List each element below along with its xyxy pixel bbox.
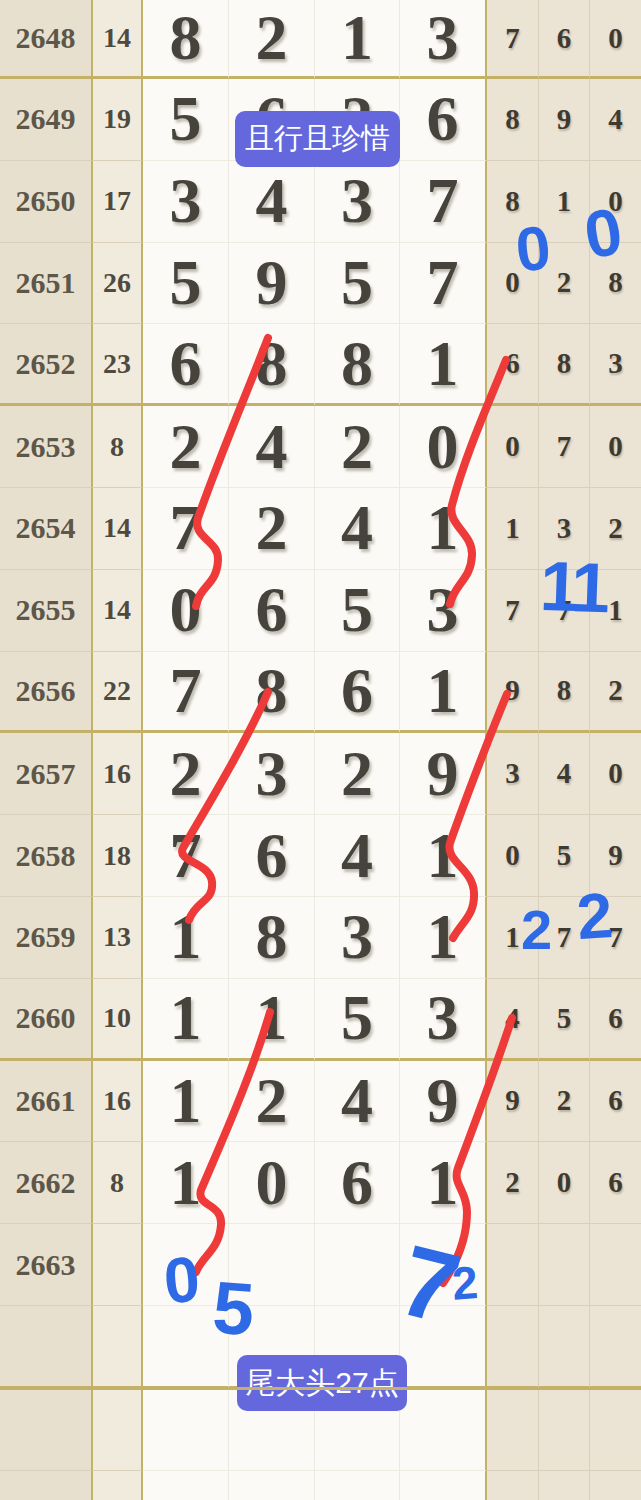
draw-digit-cell: 1 <box>400 324 487 406</box>
draw-digit-cell: 6 <box>229 815 315 897</box>
draw-digit-cell: 6 <box>315 652 400 734</box>
draw-digit-cell: 5 <box>315 243 400 325</box>
period-cell: 2655 <box>0 570 93 652</box>
draw-digit-cell: 7 <box>143 652 229 734</box>
period-cell <box>0 1389 93 1471</box>
tail-digit-cell: 7 <box>539 406 590 488</box>
period-cell: 2651 <box>0 243 93 325</box>
tail-digit-cell <box>487 1471 539 1500</box>
draw-digit-cell <box>315 1224 400 1306</box>
draw-digit-cell: 9 <box>229 243 315 325</box>
draw-digit-cell: 6 <box>229 570 315 652</box>
period-cell: 2656 <box>0 652 93 734</box>
draw-digit-cell: 1 <box>143 1061 229 1143</box>
draw-digit-cell: 7 <box>143 815 229 897</box>
handwritten-ones: 11 <box>539 551 607 623</box>
draw-digit-cell: 6 <box>143 324 229 406</box>
draw-digit-cell: 5 <box>315 979 400 1061</box>
draw-digit-cell: 6 <box>400 79 487 161</box>
tail-digit-cell: 4 <box>539 733 590 815</box>
sum-cell: 13 <box>93 897 143 979</box>
draw-digit-cell: 2 <box>143 733 229 815</box>
tail-digit-cell <box>539 1471 590 1500</box>
tail-digit-cell: 3 <box>487 733 539 815</box>
lottery-trend-chart: 2648148213760264919562689426501734378102… <box>0 0 641 1500</box>
period-cell: 2649 <box>0 79 93 161</box>
draw-digit-cell: 4 <box>315 488 400 570</box>
draw-digit-cell: 9 <box>400 733 487 815</box>
sum-cell: 22 <box>93 652 143 734</box>
draw-digit-cell: 6 <box>315 1142 400 1224</box>
draw-digit-cell: 3 <box>400 570 487 652</box>
tail-digit-cell: 2 <box>590 652 641 734</box>
draw-digit-cell: 3 <box>315 897 400 979</box>
period-cell <box>0 1471 93 1500</box>
tail-digit-cell: 3 <box>590 324 641 406</box>
draw-digit-cell: 1 <box>400 1142 487 1224</box>
tail-digit-cell: 2 <box>539 1061 590 1143</box>
draw-digit-cell: 1 <box>400 897 487 979</box>
draw-digit-cell <box>315 1471 400 1500</box>
tail-digit-cell <box>539 1389 590 1471</box>
sum-cell: 14 <box>93 570 143 652</box>
draw-digit-cell: 4 <box>229 406 315 488</box>
handwritten-two-2: 2 <box>575 883 615 949</box>
tail-digit-cell: 6 <box>539 0 590 79</box>
period-cell: 2662 <box>0 1142 93 1224</box>
tail-digit-cell <box>487 1224 539 1306</box>
tail-digit-cell <box>487 1306 539 1389</box>
draw-digit-cell: 4 <box>229 161 315 243</box>
draw-digit-cell: 1 <box>400 488 487 570</box>
period-cell: 2654 <box>0 488 93 570</box>
tail-digit-cell <box>487 1389 539 1471</box>
tail-digit-cell: 6 <box>590 979 641 1061</box>
tail-digit-cell: 1 <box>487 488 539 570</box>
draw-digit-cell: 2 <box>229 1061 315 1143</box>
tail-digit-cell: 9 <box>487 652 539 734</box>
sum-cell: 8 <box>93 1142 143 1224</box>
sum-cell: 16 <box>93 1061 143 1143</box>
tail-digit-cell <box>590 1389 641 1471</box>
draw-digit-cell: 5 <box>143 243 229 325</box>
draw-digit-cell <box>229 1471 315 1500</box>
draw-digit-cell: 8 <box>315 324 400 406</box>
sum-cell: 14 <box>93 0 143 79</box>
draw-digit-cell: 2 <box>229 488 315 570</box>
draw-digit-cell: 0 <box>143 570 229 652</box>
draw-digit-cell: 3 <box>400 0 487 79</box>
handwritten-zero-five-0: 0 <box>161 1247 202 1314</box>
sum-cell: 10 <box>93 979 143 1061</box>
tail-digit-cell: 8 <box>539 324 590 406</box>
tail-digit-cell: 9 <box>487 1061 539 1143</box>
tail-digit-cell: 4 <box>590 79 641 161</box>
sum-cell: 16 <box>93 733 143 815</box>
draw-digit-cell: 0 <box>400 406 487 488</box>
tail-digit-cell: 2 <box>487 1142 539 1224</box>
handwritten-zero-1: 0 <box>513 216 554 281</box>
handwritten-two-1: 2 <box>521 902 552 958</box>
draw-digit-cell: 3 <box>229 733 315 815</box>
period-cell: 2660 <box>0 979 93 1061</box>
draw-digit-cell <box>143 1389 229 1471</box>
draw-digit-cell <box>400 1471 487 1500</box>
tail-digit-cell: 9 <box>539 79 590 161</box>
period-cell: 2661 <box>0 1061 93 1143</box>
draw-digit-cell: 7 <box>400 161 487 243</box>
draw-digit-cell: 1 <box>143 897 229 979</box>
sum-cell: 14 <box>93 488 143 570</box>
tail-digit-cell: 4 <box>487 979 539 1061</box>
draw-digit-cell: 2 <box>143 406 229 488</box>
tail-digit-cell: 7 <box>487 0 539 79</box>
draw-digit-cell: 1 <box>400 815 487 897</box>
tail-digit-cell: 7 <box>487 570 539 652</box>
draw-digit-cell: 1 <box>400 652 487 734</box>
draw-digit-cell: 7 <box>400 243 487 325</box>
draw-digit-cell: 5 <box>143 79 229 161</box>
draw-digit-cell: 8 <box>143 0 229 79</box>
tail-digit-cell: 6 <box>590 1142 641 1224</box>
tail-digit-cell: 8 <box>487 79 539 161</box>
period-cell: 2663 <box>0 1224 93 1306</box>
draw-digit-cell: 1 <box>315 0 400 79</box>
draw-digit-cell: 3 <box>315 161 400 243</box>
draw-digit-cell: 1 <box>143 979 229 1061</box>
tail-digit-cell: 0 <box>487 815 539 897</box>
tail-digit-cell: 6 <box>487 324 539 406</box>
gold-divider-overlay <box>0 1387 641 1390</box>
tail-digit-cell: 0 <box>539 1142 590 1224</box>
top-caption-badge: 且行且珍惜 <box>235 111 400 167</box>
tail-digit-cell: 6 <box>590 1061 641 1143</box>
sum-cell: 17 <box>93 161 143 243</box>
draw-digit-cell: 2 <box>229 0 315 79</box>
draw-digit-cell: 3 <box>400 979 487 1061</box>
sum-cell: 23 <box>93 324 143 406</box>
draw-digit-cell: 9 <box>400 1061 487 1143</box>
sum-cell: 8 <box>93 406 143 488</box>
handwritten-zero-five-5: 5 <box>210 1271 256 1348</box>
sum-cell <box>93 1471 143 1500</box>
tail-digit-cell: 5 <box>539 979 590 1061</box>
sum-cell: 19 <box>93 79 143 161</box>
tail-digit-cell: 0 <box>487 406 539 488</box>
draw-digit-cell: 2 <box>315 406 400 488</box>
period-cell: 2653 <box>0 406 93 488</box>
sum-cell: 18 <box>93 815 143 897</box>
draw-digit-cell <box>143 1471 229 1500</box>
sum-cell: 26 <box>93 243 143 325</box>
draw-digit-cell <box>400 1389 487 1471</box>
period-cell: 2659 <box>0 897 93 979</box>
period-cell: 2658 <box>0 815 93 897</box>
draw-digit-cell: 2 <box>315 733 400 815</box>
draw-digit-cell: 8 <box>229 652 315 734</box>
tail-digit-cell <box>539 1306 590 1389</box>
tail-digit-cell: 0 <box>590 406 641 488</box>
period-cell: 2657 <box>0 733 93 815</box>
tail-digit-cell <box>590 1224 641 1306</box>
tail-digit-cell <box>539 1224 590 1306</box>
sum-cell <box>93 1389 143 1471</box>
handwritten-seven-two-2: 2 <box>450 1259 479 1307</box>
draw-digit-cell: 3 <box>143 161 229 243</box>
draw-digit-cell: 8 <box>229 897 315 979</box>
bottom-caption-badge: 尾大头27点 <box>237 1355 407 1411</box>
draw-digit-cell: 1 <box>143 1142 229 1224</box>
period-cell: 2652 <box>0 324 93 406</box>
tail-digit-cell <box>590 1306 641 1389</box>
draw-digit-cell: 4 <box>315 815 400 897</box>
period-cell <box>0 1306 93 1389</box>
draw-digit-cell: 1 <box>229 979 315 1061</box>
draw-digit-cell: 0 <box>229 1142 315 1224</box>
draw-digit-cell: 5 <box>315 570 400 652</box>
tail-digit-cell: 0 <box>590 733 641 815</box>
tail-digit-cell: 0 <box>590 0 641 79</box>
period-cell: 2648 <box>0 0 93 79</box>
draw-digit-cell: 4 <box>315 1061 400 1143</box>
period-cell: 2650 <box>0 161 93 243</box>
tail-digit-cell <box>590 1471 641 1500</box>
draw-digit-cell: 8 <box>229 324 315 406</box>
sum-cell <box>93 1224 143 1306</box>
tail-digit-cell: 8 <box>539 652 590 734</box>
sum-cell <box>93 1306 143 1389</box>
draw-digit-cell: 7 <box>143 488 229 570</box>
